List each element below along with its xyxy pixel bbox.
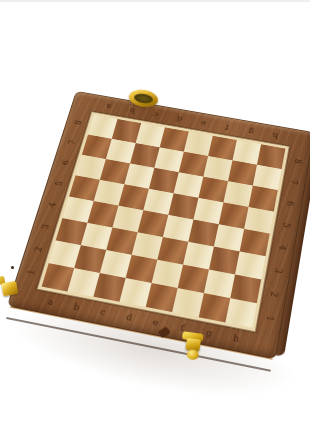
chess-board-box: abcdefgh abcdefgh 87654321 87654321 xyxy=(7,91,310,360)
screw-dot xyxy=(11,266,14,269)
clasp-knob xyxy=(186,349,199,361)
square-h1 xyxy=(225,298,256,328)
product-photo: abcdefgh abcdefgh 87654321 87654321 xyxy=(0,0,310,430)
brass-clasp-front-icon xyxy=(177,329,213,363)
clasp-plate xyxy=(1,281,18,296)
